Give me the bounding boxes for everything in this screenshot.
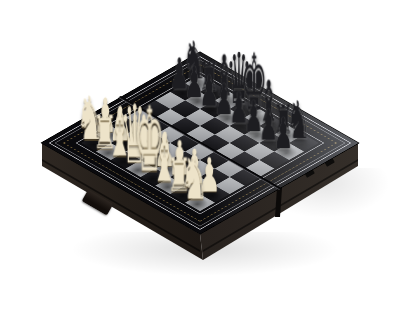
white-knight[interactable]: ♞ (175, 150, 212, 205)
square-g5[interactable] (230, 152, 260, 169)
chess-set-photo: ♞♜♝♛♚♝♜♞♟♟♟♟♟♟♟♟♟♟♟♟♟♟♟♟♞♜♝♛♚♝♜♞ (0, 0, 400, 317)
square-h5[interactable] (245, 160, 275, 177)
square-h4[interactable] (230, 169, 260, 186)
black-pawn[interactable]: ♟ (266, 115, 300, 154)
